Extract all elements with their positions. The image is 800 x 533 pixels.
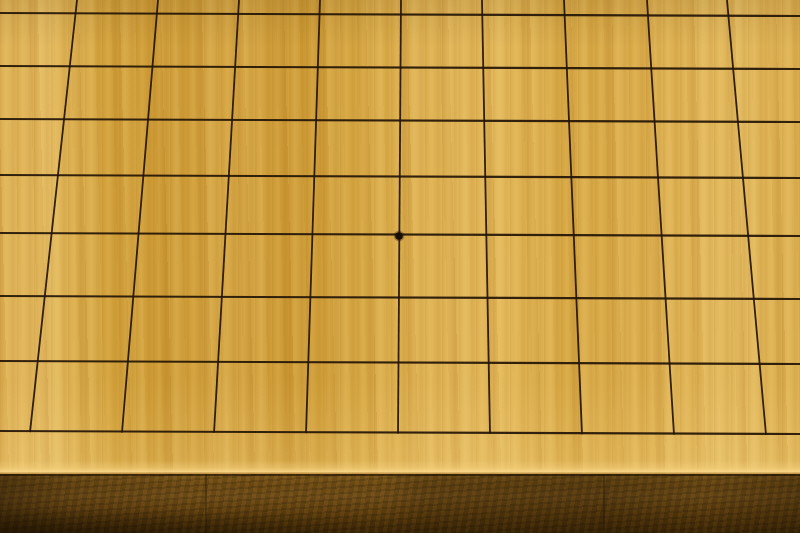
grid-horizontal-line — [0, 431, 800, 434]
grid-vertical-line — [727, 0, 766, 435]
star-point-hoshi — [395, 232, 403, 240]
grid-vertical-line — [30, 0, 77, 432]
grid-vertical-line — [122, 0, 158, 432]
grid-vertical-line — [306, 0, 320, 433]
grid-vertical-line — [214, 0, 239, 433]
grid-vertical-line — [398, 0, 401, 433]
grid-vertical-line — [482, 0, 490, 434]
grid-horizontal-line — [0, 296, 800, 299]
grid-horizontal-line — [0, 361, 800, 364]
grid-vertical-line — [564, 0, 582, 434]
go-grid — [0, 0, 800, 533]
grid-vertical-line — [647, 0, 674, 435]
goban-photo — [0, 0, 800, 533]
